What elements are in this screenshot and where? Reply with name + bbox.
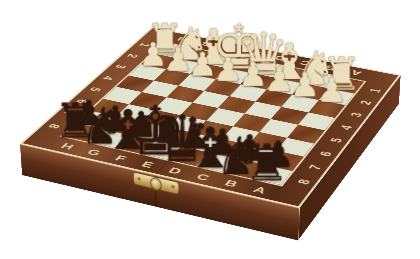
rank-label-right-6: 6 (312, 147, 339, 161)
rank-label-right-1: 1 (362, 85, 387, 97)
black-rook-a8[interactable]: ♜ (244, 138, 289, 188)
rank-label-left-3: 3 (108, 61, 134, 72)
file-label-near-C: C (189, 170, 218, 184)
white-pawn-a2[interactable]: ♟ (316, 73, 346, 107)
chess-board: ♜♞♝♚♛♝♞♜♟♟♟♟♟♟♟♟♟♟♟♟♟♟♟♟♜♞♝♚♛♝♞♜ HH11GG2… (20, 27, 401, 207)
square-a8[interactable]: ♜ (252, 165, 292, 186)
file-label-near-B: B (217, 176, 246, 191)
file-label-near-A: A (246, 183, 275, 198)
rank-label-right-5: 5 (323, 134, 350, 147)
clasp-screw-icon (138, 177, 141, 180)
chess-set-scene: ♜♞♝♚♛♝♞♜♟♟♟♟♟♟♟♟♟♟♟♟♟♟♟♟♜♞♝♚♛♝♞♜ HH11GG2… (0, 0, 420, 259)
rank-label-left-4: 4 (95, 72, 121, 84)
rank-label-right-4: 4 (333, 121, 359, 134)
rank-label-right-2: 2 (353, 96, 378, 108)
clasp-screw-icon (172, 185, 175, 188)
file-label-near-H: H (53, 140, 81, 154)
photo-canvas: ♜♞♝♚♛♝♞♜♟♟♟♟♟♟♟♟♟♟♟♟♟♟♟♟♜♞♝♚♛♝♞♜ HH11GG2… (0, 0, 420, 259)
rank-label-right-3: 3 (343, 108, 369, 121)
